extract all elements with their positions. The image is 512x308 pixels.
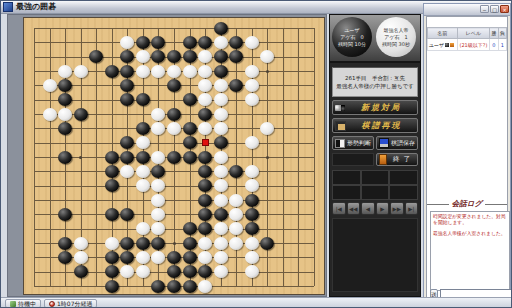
black-stone	[105, 165, 119, 178]
white-stone	[198, 251, 212, 264]
black-stone	[136, 122, 150, 135]
white-stone	[151, 208, 165, 221]
hoshi-point	[266, 156, 269, 159]
black-stone	[198, 36, 212, 49]
chat-message: 時間設定が変更されました。対局を開始します。	[433, 214, 507, 226]
white-stone	[58, 108, 72, 121]
table-row[interactable]: ユーザ (21級以下?) 0 1	[428, 39, 507, 51]
white-player-name: 最強名人帝	[384, 27, 409, 33]
black-stone	[120, 79, 134, 92]
white-stone	[43, 79, 57, 92]
white-stone	[214, 222, 228, 235]
white-stone	[151, 108, 165, 121]
black-stone	[229, 36, 243, 49]
white-stone	[120, 265, 134, 278]
col-level[interactable]: レベル	[457, 28, 490, 39]
black-stone	[198, 108, 212, 121]
tray-cell	[361, 185, 390, 200]
black-stone	[167, 265, 181, 278]
white-stone	[214, 151, 228, 164]
door-icon	[379, 154, 387, 165]
black-stone	[105, 280, 119, 293]
black-stone	[198, 222, 212, 235]
black-stone	[198, 194, 212, 207]
black-player-captures: アゲ石 0	[340, 34, 363, 40]
black-stone	[151, 165, 165, 178]
black-stone	[245, 222, 259, 235]
white-stone	[245, 136, 259, 149]
move-navigation: |◀ ◀◀ ◀ ▶ ▶▶ ▶|	[332, 202, 418, 215]
black-stone	[120, 151, 134, 164]
white-stone	[120, 36, 134, 49]
status-segment-time[interactable]: 1時07分経過	[44, 299, 97, 308]
result-info: 最強名人帝様の中押し勝ちです	[336, 83, 414, 89]
board-zone	[7, 14, 327, 297]
black-stone	[89, 50, 103, 63]
black-stone	[151, 50, 165, 63]
last-move-marker	[202, 139, 209, 146]
black-stone	[151, 237, 165, 250]
col-name[interactable]: 名前	[428, 28, 458, 39]
white-stone	[151, 151, 165, 164]
black-stone	[183, 265, 197, 278]
white-stone	[151, 65, 165, 78]
white-stone	[245, 237, 259, 250]
black-stone	[105, 65, 119, 78]
black-stone	[120, 93, 134, 106]
white-stone	[136, 222, 150, 235]
black-stone	[198, 179, 212, 192]
window-title: 最強の囲碁	[16, 3, 56, 11]
row-player-wins: 0	[490, 39, 498, 51]
grid-line	[34, 214, 314, 215]
player-bar: ユーザ アゲ石 0 残時間 10分 最強名人帝 アゲ石 1 残時間 30秒	[330, 15, 420, 63]
white-stone	[198, 280, 212, 293]
black-stone	[245, 208, 259, 221]
black-stone	[198, 165, 212, 178]
black-stone	[167, 50, 181, 63]
black-stone	[58, 151, 72, 164]
move-info: 261手目 手合割：互先	[345, 75, 405, 81]
black-stone	[151, 280, 165, 293]
panel-lower-area	[332, 218, 418, 292]
black-stone	[198, 151, 212, 164]
status-icon	[10, 301, 16, 307]
clock-icon	[49, 301, 55, 307]
black-stone	[120, 251, 134, 264]
white-stone	[198, 93, 212, 106]
grid-line	[298, 28, 299, 286]
lobby-minimize-button[interactable]: ─	[480, 5, 489, 13]
black-stone	[105, 208, 119, 221]
grid-line	[34, 186, 314, 187]
lobby-close-button[interactable]: ✕	[500, 5, 509, 13]
white-stone	[229, 208, 243, 221]
black-stone	[120, 237, 134, 250]
chat-message: 最強名人帝様が入室されました。	[433, 231, 507, 237]
white-stone	[198, 79, 212, 92]
black-stone	[167, 79, 181, 92]
white-stone	[74, 65, 88, 78]
status-segment-state[interactable]: 待機中	[5, 299, 41, 308]
black-stone	[74, 265, 88, 278]
white-stone	[260, 50, 274, 63]
white-stone	[136, 136, 150, 149]
col-wins[interactable]: 勝	[490, 28, 498, 39]
grid-line	[314, 28, 315, 286]
white-stone	[198, 65, 212, 78]
black-stone	[105, 179, 119, 192]
white-stone	[214, 122, 228, 135]
tray-cell	[389, 170, 418, 185]
black-stone	[105, 151, 119, 164]
black-stone	[214, 50, 228, 63]
floppy-icon	[379, 138, 389, 148]
app-icon	[3, 2, 13, 12]
go-board[interactable]	[23, 17, 325, 295]
black-stone	[136, 36, 150, 49]
lobby-body: 名前 レベル 勝 負 ユーザ (21級以下?) 0 1 会話ログ 時間設定が変	[426, 16, 508, 304]
white-stone	[136, 65, 150, 78]
nav-first-button[interactable]: |◀	[332, 202, 346, 215]
white-stone	[105, 237, 119, 250]
black-stone	[167, 251, 181, 264]
black-stone	[198, 208, 212, 221]
player-table: 名前 レベル 勝 負 ユーザ (21級以下?) 0 1	[427, 27, 507, 51]
app-window: 最強の囲碁 ─ □ ✕ ユーザ アゲ石 0 残時間 10分 最強名人帝 アゲ石 …	[0, 0, 512, 308]
white-stone	[214, 251, 228, 264]
black-stone	[214, 208, 228, 221]
black-stone	[120, 65, 134, 78]
black-stone	[214, 22, 228, 35]
white-stone	[245, 251, 259, 264]
black-stone	[183, 136, 197, 149]
tray-cell	[361, 170, 390, 185]
white-stone	[214, 108, 228, 121]
black-stone	[198, 265, 212, 278]
white-stone	[229, 194, 243, 207]
tray-cell	[389, 185, 418, 200]
row-player-name: ユーザ	[429, 42, 444, 48]
nav-last-button[interactable]: ▶|	[405, 202, 419, 215]
black-stone	[58, 79, 72, 92]
judge-button[interactable]: 形勢判断	[332, 136, 374, 150]
black-stone	[74, 108, 88, 121]
black-stone	[183, 93, 197, 106]
black-stone	[167, 151, 181, 164]
black-stone	[260, 237, 274, 250]
black-stone	[183, 251, 197, 264]
chat-log[interactable]: 時間設定が変更されました。対局を開始します。 最強名人帝様が入室されました。	[430, 211, 510, 291]
tray-cell	[332, 185, 361, 200]
white-stone	[229, 237, 243, 250]
stones-icon	[335, 104, 345, 112]
black-stone	[105, 265, 119, 278]
divider	[485, 204, 507, 205]
white-stone	[214, 194, 228, 207]
white-stone	[198, 237, 212, 250]
white-stone	[214, 165, 228, 178]
capture-tray	[332, 170, 418, 200]
divider	[427, 204, 449, 205]
black-player-name: ユーザ	[344, 27, 359, 33]
white-stone	[43, 108, 57, 121]
white-player-captures: アゲ石 1	[384, 34, 407, 40]
black-stone	[167, 108, 181, 121]
white-stone	[214, 265, 228, 278]
black-stone	[183, 50, 197, 63]
white-player-time: 残時間 30秒	[382, 41, 410, 47]
white-stone	[167, 65, 181, 78]
nav-fast-back-button[interactable]: ◀◀	[347, 202, 361, 215]
white-stone	[151, 222, 165, 235]
white-stone	[214, 79, 228, 92]
white-stone	[198, 50, 212, 63]
black-stone	[229, 79, 243, 92]
white-stone	[245, 79, 259, 92]
black-stone	[183, 151, 197, 164]
white-stone	[245, 93, 259, 106]
white-stone	[136, 165, 150, 178]
black-stone	[167, 280, 181, 293]
black-stone	[214, 65, 228, 78]
white-stone	[198, 122, 212, 135]
stone-icon	[445, 43, 449, 47]
white-stone	[183, 65, 197, 78]
hoshi-point	[79, 156, 82, 159]
black-stone	[120, 136, 134, 149]
nav-fast-forward-button[interactable]: ▶▶	[390, 202, 404, 215]
replay-button[interactable]: 棋譜再現	[332, 118, 418, 133]
exit-button[interactable]: 終 了	[376, 153, 418, 166]
white-stone	[229, 222, 243, 235]
game-status-box: 261手目 手合割：互先 最強名人帝様の中押し勝ちです	[332, 67, 418, 97]
save-record-button[interactable]: 棋譜保存	[376, 136, 418, 150]
row-player-level: (21級以下?)	[457, 39, 490, 51]
hoshi-point	[266, 70, 269, 73]
black-stone	[120, 208, 134, 221]
black-stone	[136, 151, 150, 164]
black-stone	[151, 36, 165, 49]
grid-line	[34, 200, 314, 201]
white-stone	[74, 251, 88, 264]
chat-log-title: 会話ログ	[452, 199, 482, 209]
col-losses[interactable]: 負	[498, 28, 506, 39]
white-stone	[136, 50, 150, 63]
black-stone	[183, 222, 197, 235]
hoshi-point	[173, 242, 176, 245]
black-stone	[183, 280, 197, 293]
grid-line	[283, 28, 284, 286]
territory-icon	[335, 139, 345, 148]
board-icon	[335, 121, 346, 131]
nav-forward-button[interactable]: ▶	[376, 202, 390, 215]
black-stone	[183, 36, 197, 49]
black-stone	[120, 50, 134, 63]
white-stone	[120, 165, 134, 178]
new-game-button[interactable]: 新規対局	[332, 100, 418, 115]
black-stone	[58, 93, 72, 106]
white-stone	[136, 265, 150, 278]
white-stone	[136, 179, 150, 192]
lobby-maximize-button[interactable]: □	[490, 5, 499, 13]
white-stone	[245, 265, 259, 278]
black-stone	[58, 122, 72, 135]
control-panel: ユーザ アゲ石 0 残時間 10分 最強名人帝 アゲ石 1 残時間 30秒 26…	[329, 14, 421, 297]
black-stone	[105, 251, 119, 264]
tray-cell	[332, 170, 361, 185]
white-stone	[167, 122, 181, 135]
black-stone	[229, 165, 243, 178]
white-stone	[245, 65, 259, 78]
white-stone	[245, 36, 259, 49]
black-stone	[136, 93, 150, 106]
panel-spacer	[332, 153, 374, 166]
white-stone	[214, 93, 228, 106]
white-stone	[245, 179, 259, 192]
lobby-title-bar[interactable]: ─ □ ✕	[424, 4, 510, 16]
white-stone	[260, 122, 274, 135]
black-stone	[58, 208, 72, 221]
black-stone	[183, 122, 197, 135]
white-stone	[58, 65, 72, 78]
black-stone	[214, 136, 228, 149]
black-stone	[183, 237, 197, 250]
white-stone	[151, 251, 165, 264]
white-stone	[151, 122, 165, 135]
chat-log-header: 会話ログ	[427, 199, 507, 209]
white-stone	[74, 237, 88, 250]
black-stone	[136, 237, 150, 250]
white-stone	[214, 36, 228, 49]
black-player-time: 残時間 10分	[338, 41, 366, 47]
grid-line	[34, 171, 314, 172]
white-stone	[151, 179, 165, 192]
white-stone	[245, 165, 259, 178]
white-stone	[151, 194, 165, 207]
black-stone	[245, 194, 259, 207]
white-stone	[214, 179, 228, 192]
black-stone	[229, 50, 243, 63]
black-stone	[58, 251, 72, 264]
black-player-stone: ユーザ アゲ石 0 残時間 10分	[332, 17, 372, 57]
status-bar: 待機中 1時07分経過	[1, 297, 512, 308]
white-stone	[214, 237, 228, 250]
white-player-stone: 最強名人帝 アゲ石 1 残時間 30秒	[376, 17, 416, 57]
rank-icon	[450, 43, 454, 47]
row-player-losses: 1	[498, 39, 506, 51]
lobby-window: ─ □ ✕ 名前 レベル 勝 負 ユーザ (21級以下?) 0 1	[423, 3, 511, 307]
grid-line	[34, 229, 314, 230]
white-stone	[136, 251, 150, 264]
nav-back-button[interactable]: ◀	[361, 202, 375, 215]
black-stone	[58, 237, 72, 250]
